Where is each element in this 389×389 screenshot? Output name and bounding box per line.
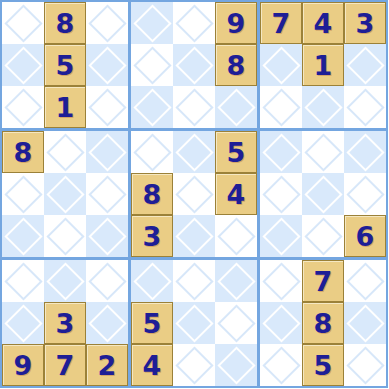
cell-r7c1[interactable]: [2, 260, 44, 302]
empty-cell-diamond-icon: [346, 46, 384, 84]
cell-r7c4[interactable]: [131, 260, 173, 302]
empty-cell-diamond-icon: [304, 133, 342, 171]
empty-cell-diamond-icon: [133, 88, 171, 126]
empty-cell-diamond-icon: [88, 262, 126, 300]
cell-r8c7[interactable]: [260, 302, 302, 344]
empty-cell-diamond-icon: [217, 88, 255, 126]
given-digit: 9: [14, 352, 33, 379]
cell-r2c8[interactable]: 1: [302, 44, 344, 86]
cell-r6c9[interactable]: 6: [344, 215, 386, 257]
empty-cell-diamond-icon: [133, 133, 171, 171]
cell-r6c3[interactable]: [86, 215, 128, 257]
cell-r8c2[interactable]: 3: [44, 302, 86, 344]
empty-cell-diamond-icon: [175, 175, 213, 213]
cell-r6c6[interactable]: [215, 215, 257, 257]
given-digit: 1: [314, 52, 333, 79]
cell-r2c3[interactable]: [86, 44, 128, 86]
cell-r7c6[interactable]: [215, 260, 257, 302]
cell-r4c1[interactable]: 8: [2, 131, 44, 173]
empty-cell-diamond-icon: [346, 304, 384, 342]
empty-cell-diamond-icon: [46, 175, 84, 213]
empty-cell-diamond-icon: [88, 175, 126, 213]
given-digit: 8: [14, 139, 33, 166]
given-digit: 1: [56, 94, 75, 121]
given-digit: 4: [314, 10, 333, 37]
cell-r4c6[interactable]: 5: [215, 131, 257, 173]
empty-cell-diamond-icon: [262, 346, 300, 384]
box-r1c3: 7431: [260, 2, 386, 128]
cell-r7c7[interactable]: [260, 260, 302, 302]
given-digit: 3: [143, 223, 162, 250]
empty-cell-diamond-icon: [346, 175, 384, 213]
cell-r5c2[interactable]: [44, 173, 86, 215]
empty-cell-diamond-icon: [217, 217, 255, 255]
empty-cell-diamond-icon: [4, 262, 42, 300]
cell-r7c2[interactable]: [44, 260, 86, 302]
empty-cell-diamond-icon: [346, 346, 384, 384]
empty-cell-diamond-icon: [217, 262, 255, 300]
cell-r4c3[interactable]: [86, 131, 128, 173]
cell-r2c6[interactable]: 8: [215, 44, 257, 86]
box-r3c3: 785: [260, 260, 386, 386]
given-digit: 8: [56, 10, 75, 37]
cell-r8c4[interactable]: 5: [131, 302, 173, 344]
empty-cell-diamond-icon: [175, 133, 213, 171]
given-digit: 8: [314, 310, 333, 337]
empty-cell-diamond-icon: [4, 46, 42, 84]
cell-r1c8[interactable]: 4: [302, 2, 344, 44]
empty-cell-diamond-icon: [4, 88, 42, 126]
cell-r1c2[interactable]: 8: [44, 2, 86, 44]
given-digit: 5: [143, 310, 162, 337]
empty-cell-diamond-icon: [4, 4, 42, 42]
cell-r9c6[interactable]: [215, 344, 257, 386]
cell-r6c4[interactable]: 3: [131, 215, 173, 257]
cell-r3c5[interactable]: [173, 86, 215, 128]
empty-cell-diamond-icon: [262, 133, 300, 171]
cell-r2c2[interactable]: 5: [44, 44, 86, 86]
cell-r7c5[interactable]: [173, 260, 215, 302]
given-digit: 5: [227, 139, 246, 166]
cell-r3c9[interactable]: [344, 86, 386, 128]
empty-cell-diamond-icon: [262, 46, 300, 84]
cell-r4c4[interactable]: [131, 131, 173, 173]
empty-cell-diamond-icon: [175, 262, 213, 300]
cell-r1c3[interactable]: [86, 2, 128, 44]
cell-r7c8[interactable]: 7: [302, 260, 344, 302]
cell-r8c8[interactable]: 8: [302, 302, 344, 344]
cell-r8c1[interactable]: [2, 302, 44, 344]
box-r3c2: 54: [131, 260, 257, 386]
empty-cell-diamond-icon: [346, 262, 384, 300]
empty-cell-diamond-icon: [217, 304, 255, 342]
empty-cell-diamond-icon: [88, 133, 126, 171]
given-digit: 3: [56, 310, 75, 337]
cell-r5c4[interactable]: 8: [131, 173, 173, 215]
cell-r5c7[interactable]: [260, 173, 302, 215]
given-digit: 7: [272, 10, 291, 37]
cell-r5c1[interactable]: [2, 173, 44, 215]
cell-r1c7[interactable]: 7: [260, 2, 302, 44]
cell-r1c5[interactable]: [173, 2, 215, 44]
box-r2c2: 5843: [131, 131, 257, 257]
empty-cell-diamond-icon: [262, 88, 300, 126]
box-r1c2: 98: [131, 2, 257, 128]
cell-r2c7[interactable]: [260, 44, 302, 86]
empty-cell-diamond-icon: [304, 88, 342, 126]
cell-r5c6[interactable]: 4: [215, 173, 257, 215]
cell-r2c5[interactable]: [173, 44, 215, 86]
cell-r8c3[interactable]: [86, 302, 128, 344]
empty-cell-diamond-icon: [175, 4, 213, 42]
cell-r8c5[interactable]: [173, 302, 215, 344]
empty-cell-diamond-icon: [175, 304, 213, 342]
cell-r9c3[interactable]: 2: [86, 344, 128, 386]
empty-cell-diamond-icon: [175, 346, 213, 384]
given-digit: 9: [227, 10, 246, 37]
empty-cell-diamond-icon: [133, 262, 171, 300]
cell-r1c9[interactable]: 3: [344, 2, 386, 44]
cell-r9c7[interactable]: [260, 344, 302, 386]
given-digit: 5: [56, 52, 75, 79]
empty-cell-diamond-icon: [88, 217, 126, 255]
cell-r9c2[interactable]: 7: [44, 344, 86, 386]
cell-r8c9[interactable]: [344, 302, 386, 344]
empty-cell-diamond-icon: [217, 346, 255, 384]
cell-r8c6[interactable]: [215, 302, 257, 344]
sudoku-board: 851987431858436397254785: [0, 0, 388, 388]
cell-r4c5[interactable]: [173, 131, 215, 173]
empty-cell-diamond-icon: [4, 217, 42, 255]
cell-r4c2[interactable]: [44, 131, 86, 173]
cell-r7c3[interactable]: [86, 260, 128, 302]
empty-cell-diamond-icon: [46, 262, 84, 300]
given-digit: 4: [143, 352, 162, 379]
empty-cell-diamond-icon: [175, 88, 213, 126]
empty-cell-diamond-icon: [262, 262, 300, 300]
cell-r9c8[interactable]: 5: [302, 344, 344, 386]
box-r1c1: 851: [2, 2, 128, 128]
given-digit: 3: [356, 10, 375, 37]
cell-r4c8[interactable]: [302, 131, 344, 173]
empty-cell-diamond-icon: [88, 304, 126, 342]
empty-cell-diamond-icon: [175, 46, 213, 84]
empty-cell-diamond-icon: [262, 175, 300, 213]
empty-cell-diamond-icon: [133, 4, 171, 42]
cell-r9c1[interactable]: 9: [2, 344, 44, 386]
cell-r5c3[interactable]: [86, 173, 128, 215]
given-digit: 5: [314, 352, 333, 379]
empty-cell-diamond-icon: [88, 46, 126, 84]
empty-cell-diamond-icon: [304, 175, 342, 213]
cell-r3c6[interactable]: [215, 86, 257, 128]
cell-r9c9[interactable]: [344, 344, 386, 386]
box-r2c1: 8: [2, 131, 128, 257]
empty-cell-diamond-icon: [46, 133, 84, 171]
empty-cell-diamond-icon: [4, 304, 42, 342]
cell-r2c4[interactable]: [131, 44, 173, 86]
given-digit: 8: [143, 181, 162, 208]
cell-r5c5[interactable]: [173, 173, 215, 215]
cell-r2c1[interactable]: [2, 44, 44, 86]
cell-r6c8[interactable]: [302, 215, 344, 257]
empty-cell-diamond-icon: [46, 217, 84, 255]
empty-cell-diamond-icon: [262, 217, 300, 255]
cell-r3c3[interactable]: [86, 86, 128, 128]
empty-cell-diamond-icon: [88, 88, 126, 126]
cell-r6c7[interactable]: [260, 215, 302, 257]
empty-cell-diamond-icon: [133, 46, 171, 84]
cell-r5c9[interactable]: [344, 173, 386, 215]
cell-r1c6[interactable]: 9: [215, 2, 257, 44]
box-r2c3: 6: [260, 131, 386, 257]
cell-r1c1[interactable]: [2, 2, 44, 44]
empty-cell-diamond-icon: [175, 217, 213, 255]
given-digit: 7: [56, 352, 75, 379]
empty-cell-diamond-icon: [4, 175, 42, 213]
empty-cell-diamond-icon: [346, 133, 384, 171]
cell-r5c8[interactable]: [302, 173, 344, 215]
cell-r3c2[interactable]: 1: [44, 86, 86, 128]
given-digit: 7: [314, 268, 333, 295]
cell-r2c9[interactable]: [344, 44, 386, 86]
given-digit: 6: [356, 223, 375, 250]
cell-r3c4[interactable]: [131, 86, 173, 128]
empty-cell-diamond-icon: [304, 217, 342, 255]
cell-r6c5[interactable]: [173, 215, 215, 257]
empty-cell-diamond-icon: [88, 4, 126, 42]
cell-r6c1[interactable]: [2, 215, 44, 257]
empty-cell-diamond-icon: [262, 304, 300, 342]
cell-r9c4[interactable]: 4: [131, 344, 173, 386]
given-digit: 8: [227, 52, 246, 79]
cell-r9c5[interactable]: [173, 344, 215, 386]
cell-r3c7[interactable]: [260, 86, 302, 128]
box-r3c1: 3972: [2, 260, 128, 386]
cell-r3c8[interactable]: [302, 86, 344, 128]
cell-r4c7[interactable]: [260, 131, 302, 173]
cell-r4c9[interactable]: [344, 131, 386, 173]
cell-r1c4[interactable]: [131, 2, 173, 44]
cell-r6c2[interactable]: [44, 215, 86, 257]
given-digit: 4: [227, 181, 246, 208]
empty-cell-diamond-icon: [346, 88, 384, 126]
cell-r7c9[interactable]: [344, 260, 386, 302]
given-digit: 2: [98, 352, 117, 379]
cell-r3c1[interactable]: [2, 86, 44, 128]
